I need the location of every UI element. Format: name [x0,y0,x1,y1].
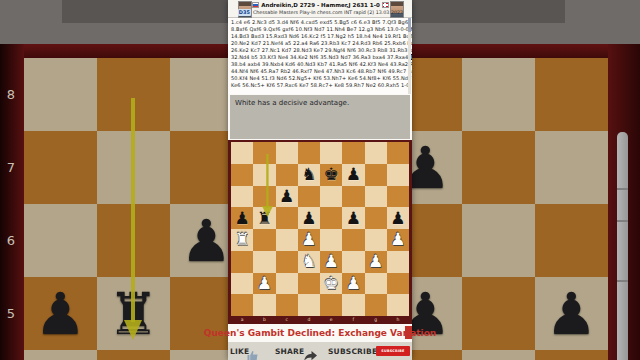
subscribe-label[interactable]: SUBSCRIBE [328,347,377,356]
white-knight: ♞ [301,253,316,270]
caption-accent [405,326,412,339]
square-d3[interactable]: ♞ [298,251,320,273]
evaluation-panel: White has a decisive advantage. [230,95,410,139]
norway-flag-icon [382,2,389,9]
square-c6[interactable]: ♟ [276,186,298,208]
bg-square-a7 [24,131,97,204]
event-info: Chessable Masters Play-In chess.com INT … [253,9,403,16]
square-e5[interactable] [320,207,342,229]
move-line[interactable]: 1.c4 e6 2.Nc3 d5 3.d4 Nf6 4.cxd5 exd5 5.… [231,19,409,26]
rank-label-6: 6 [0,204,22,277]
game-header: Andreikin,D 2729 - Hammer,J 2631 1-0 D35… [228,0,412,18]
square-b4[interactable] [253,229,275,251]
move-list-scrollbar[interactable] [408,18,411,94]
square-f6[interactable] [342,186,364,208]
bg-square-h8 [535,58,608,131]
square-g5[interactable] [365,207,387,229]
bg-square-g5 [462,277,535,350]
bg-black-pawn: ♟ [181,212,233,270]
square-e8[interactable] [320,142,342,164]
move-line[interactable]: 32.Nd4 b5 33.Kf3 Ne4 34.Ke2 Nf6 35.Nd3 N… [231,54,409,61]
move-line[interactable]: 44.Nf4 Nf6 45.Ra7 Rb2 46.Rxf7 Ne4 47.Nh3… [231,68,409,75]
square-g2[interactable] [365,273,387,295]
square-d5[interactable]: ♟ [298,207,320,229]
square-c4[interactable] [276,229,298,251]
square-h4[interactable]: ♟ [387,229,409,251]
file-label-c: c [276,316,298,324]
square-e6[interactable] [320,186,342,208]
bg-black-pawn: ♟ [546,285,598,343]
bg-square-a4 [24,350,97,360]
file-label-d: d [298,316,320,324]
file-label-a: a [231,316,253,324]
square-f8[interactable] [342,142,364,164]
move-line[interactable]: 14.Bd3 Bxd3 15.Rxd3 Nd6 16.Kc2 f5 17.Ng2… [231,33,409,40]
square-b5[interactable]: ♜ [253,207,275,229]
evaluation-text: White has a decisive advantage. [235,99,405,108]
players-result: Andreikin,D 2729 - Hammer,J 2631 1-0 [261,1,380,9]
rank-label-8: 8 [0,58,22,131]
file-label-g: g [365,316,387,324]
square-c2[interactable] [276,273,298,295]
square-e4[interactable] [320,229,342,251]
black-pawn: ♟ [301,210,316,227]
bg-black-pawn: ♟ [35,285,87,343]
black-pawn: ♟ [346,210,361,227]
square-h1[interactable] [387,294,409,316]
white-pawn: ♟ [257,275,272,292]
bg-square-a8 [24,58,97,131]
white-pawn: ♟ [346,275,361,292]
square-a3[interactable] [231,251,253,273]
bg-square-h4 [535,350,608,360]
square-e1[interactable] [320,294,342,316]
square-h5[interactable]: ♟ [387,207,409,229]
rank-label-5: 5 [0,277,22,350]
file-label-b: b [253,316,275,324]
bg-square-b7 [97,131,170,204]
white-pawn: ♟ [324,253,339,270]
square-f1[interactable] [342,294,364,316]
white-pawn: ♟ [368,253,383,270]
black-pawn: ♟ [390,210,405,227]
caption-bar: Queen's Gambit Declined: Exchange Variat… [228,324,412,342]
bg-square-g7 [462,131,535,204]
square-f7[interactable]: ♟ [342,164,364,186]
square-a7[interactable] [231,164,253,186]
scrollbar-notch [617,220,628,222]
file-label-h: h [387,316,409,324]
eco-code-badge: D35 [238,9,251,16]
bg-square-g6 [462,204,535,277]
square-d4[interactable]: ♟ [298,229,320,251]
cta-bar: LIKE SHARE SUBSCRIBE SUBSCRIBE [228,342,412,360]
move-line[interactable]: 8.Bxf6 Qxf6 9.Qxf6 gxf6 10.Nf3 Nd7 11.Nh… [231,26,409,33]
white-pawn: ♟ [301,231,316,248]
square-c5[interactable] [276,207,298,229]
move-list-scroll-thumb[interactable] [408,18,411,32]
move-line[interactable]: 26.Ke2 Kc7 27.Nc1 Kd7 28.Nd3 Ke7 29.Ngf4… [231,47,409,54]
black-pawn: ♟ [279,188,294,205]
file-label-f: f [342,316,364,324]
square-h8[interactable] [387,142,409,164]
square-b3[interactable] [253,251,275,273]
share-button[interactable]: SHARE [275,347,304,356]
square-c8[interactable] [276,142,298,164]
square-a4[interactable]: ♜ [231,229,253,251]
square-a2[interactable] [231,273,253,295]
square-g3[interactable]: ♟ [365,251,387,273]
bg-square-b4 [97,350,170,360]
move-list[interactable]: 1.c4 e6 2.Nc3 d5 3.d4 Nf6 4.cxd5 exd5 5.… [228,18,412,94]
bg-square-b6 [97,204,170,277]
square-e2[interactable]: ♚ [320,273,342,295]
square-d8[interactable] [298,142,320,164]
chess-app-overlay: Andreikin,D 2729 - Hammer,J 2631 1-0 D35… [228,0,412,360]
square-f2[interactable]: ♟ [342,273,364,295]
russia-flag-icon [252,2,259,9]
square-g8[interactable] [365,142,387,164]
square-b6[interactable] [253,186,275,208]
square-g6[interactable] [365,186,387,208]
bg-square-g4 [462,350,535,360]
share-arrow-icon[interactable] [304,346,316,356]
bg-square-a5: ♟ [24,277,97,350]
square-h2[interactable] [387,273,409,295]
square-f3[interactable] [342,251,364,273]
file-label-e: e [320,316,342,324]
move-line[interactable]: 50.Kf4 Ne4 51.f3 Nd6 52.Ng5+ Kf6 53.Nh7+… [231,75,409,82]
square-a5[interactable]: ♟ [231,207,253,229]
square-d7[interactable]: ♞ [298,164,320,186]
subscribe-button[interactable]: SUBSCRIBE [376,346,410,356]
square-h7[interactable] [387,164,409,186]
bg-square-g8 [462,58,535,131]
square-a6[interactable] [231,186,253,208]
square-f4[interactable] [342,229,364,251]
square-a1[interactable] [231,294,253,316]
square-b2[interactable]: ♟ [253,273,275,295]
black-king: ♚ [324,166,339,183]
black-rook: ♜ [257,210,272,227]
square-d1[interactable] [298,294,320,316]
black-pawn: ♟ [346,166,361,183]
bg-square-h7 [535,131,608,204]
black-pawn: ♟ [235,210,250,227]
square-f5[interactable]: ♟ [342,207,364,229]
scrollbar-notch [617,280,628,282]
video-frame: ♞♚♟♟♟♜♟♟♟ 8765 Andreikin,D 2729 - Hammer… [0,0,640,360]
opening-name: Queen's Gambit Declined: Exchange Variat… [204,328,436,338]
square-c3[interactable] [276,251,298,273]
video-scrollbar[interactable] [617,132,628,360]
square-e7[interactable]: ♚ [320,164,342,186]
square-b7[interactable] [253,164,275,186]
square-g1[interactable] [365,294,387,316]
square-e3[interactable]: ♟ [320,251,342,273]
square-c7[interactable] [276,164,298,186]
bg-square-a6 [24,204,97,277]
white-rook: ♜ [235,231,250,248]
rank-label-7: 7 [0,131,22,204]
square-d6[interactable] [298,186,320,208]
black-knight: ♞ [301,166,316,183]
bg-black-rook: ♜ [108,285,160,343]
file-coordinates: abcdefgh [231,316,409,324]
square-b1[interactable] [253,294,275,316]
move-line[interactable]: 20.Ne2 Kd7 21.Nef4 a5 22.a4 Ra6 23.Rb3 K… [231,40,409,47]
scrollbar-notch [617,188,628,190]
bg-square-b8 [97,58,170,131]
move-line[interactable]: Ke6 56.Nc5+ Kf6 57.Rxc6 Ke7 58.Rc7+ Ke8 … [231,82,409,89]
square-b8[interactable] [253,142,275,164]
square-d2[interactable] [298,273,320,295]
board-diagram: ♞♚♟♟♟♜♟♟♟♜♟♟♞♟♟♟♚♟ abcdefgh [228,140,412,324]
square-c1[interactable] [276,294,298,316]
bg-square-b5: ♜ [97,277,170,350]
square-h6[interactable] [387,186,409,208]
background-board-left-border: 8765 [0,44,24,360]
bg-square-h6 [535,204,608,277]
square-g4[interactable] [365,229,387,251]
thumbs-up-icon[interactable] [247,346,259,356]
move-line[interactable]: 38.b4 axb4 39.Nxb4 Kd6 40.Nd3 Kb7 41.Ra5… [231,61,409,68]
square-h3[interactable] [387,251,409,273]
square-a8[interactable] [231,142,253,164]
bg-square-h5: ♟ [535,277,608,350]
white-pawn: ♟ [390,231,405,248]
square-g7[interactable] [365,164,387,186]
white-king: ♚ [324,275,339,292]
